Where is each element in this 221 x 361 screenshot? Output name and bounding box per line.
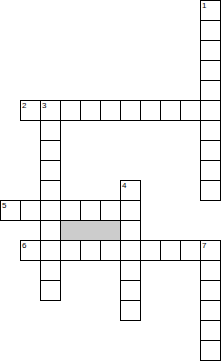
- grid-cell-r14c2[interactable]: [40, 280, 61, 301]
- grid-cell-r15c6[interactable]: [120, 300, 141, 321]
- grid-cell-r10c3[interactable]: [60, 200, 81, 221]
- grid-cell-r5c5[interactable]: [100, 100, 121, 121]
- grid-cell-r8c2[interactable]: [40, 160, 61, 181]
- grid-cell-r12c4[interactable]: [80, 240, 101, 261]
- grid-cell-r13c2[interactable]: [40, 260, 61, 281]
- grid-cell-r11c6[interactable]: [120, 220, 141, 241]
- grid-cell-r2c10[interactable]: [200, 40, 221, 61]
- grid-cell-r3c10[interactable]: [200, 60, 221, 81]
- grid-cell-r12c6[interactable]: [120, 240, 141, 261]
- grid-cell-r1c10[interactable]: [200, 20, 221, 41]
- grid-cell-r5c2[interactable]: [40, 100, 61, 121]
- grid-cell-r12c10[interactable]: [200, 240, 221, 261]
- grid-cell-r5c7[interactable]: [140, 100, 161, 121]
- grid-cell-r10c1[interactable]: [20, 200, 41, 221]
- grid-cell-r14c6[interactable]: [120, 280, 141, 301]
- grid-cell-r5c3[interactable]: [60, 100, 81, 121]
- grid-cell-r5c8[interactable]: [160, 100, 181, 121]
- crossword-page: 1234567: [0, 0, 221, 361]
- grid-cell-r0c10[interactable]: [200, 0, 221, 21]
- grid-cell-r14c10[interactable]: [200, 280, 221, 301]
- grid-cell-r9c2[interactable]: [40, 180, 61, 201]
- grid-cell-r9c10[interactable]: [200, 180, 221, 201]
- grid-cell-r5c4[interactable]: [80, 100, 101, 121]
- grid-cell-r5c10[interactable]: [200, 100, 221, 121]
- grid-cell-r17c10[interactable]: [200, 340, 221, 361]
- grid-cell-r12c8[interactable]: [160, 240, 181, 261]
- grid-cell-r12c7[interactable]: [140, 240, 161, 261]
- grid-cell-r12c2[interactable]: [40, 240, 61, 261]
- grid-cell-r10c2[interactable]: [40, 200, 61, 221]
- grid-cell-r12c1[interactable]: [20, 240, 41, 261]
- grid-cell-r5c9[interactable]: [180, 100, 201, 121]
- grid-cell-r10c0[interactable]: [0, 200, 21, 221]
- grid-cell-r10c6[interactable]: [120, 200, 141, 221]
- grid-cell-r7c10[interactable]: [200, 140, 221, 161]
- grid-cell-r13c10[interactable]: [200, 260, 221, 281]
- grid-cell-r8c10[interactable]: [200, 160, 221, 181]
- grid-cell-r9c6[interactable]: [120, 180, 141, 201]
- grid-cell-r11c2[interactable]: [40, 220, 61, 241]
- grid-cell-r5c1[interactable]: [20, 100, 41, 121]
- crossword-board: 1234567: [0, 0, 221, 361]
- gray-block: [60, 220, 121, 241]
- grid-cell-r6c10[interactable]: [200, 120, 221, 141]
- grid-cell-r5c6[interactable]: [120, 100, 141, 121]
- grid-cell-r6c2[interactable]: [40, 120, 61, 141]
- grid-cell-r13c6[interactable]: [120, 260, 141, 281]
- grid-cell-r10c4[interactable]: [80, 200, 101, 221]
- grid-cell-r12c3[interactable]: [60, 240, 81, 261]
- grid-cell-r16c10[interactable]: [200, 320, 221, 341]
- grid-cell-r4c10[interactable]: [200, 80, 221, 101]
- grid-cell-r12c5[interactable]: [100, 240, 121, 261]
- grid-cell-r7c2[interactable]: [40, 140, 61, 161]
- grid-cell-r12c9[interactable]: [180, 240, 201, 261]
- grid-cell-r10c5[interactable]: [100, 200, 121, 221]
- grid-cell-r15c10[interactable]: [200, 300, 221, 321]
